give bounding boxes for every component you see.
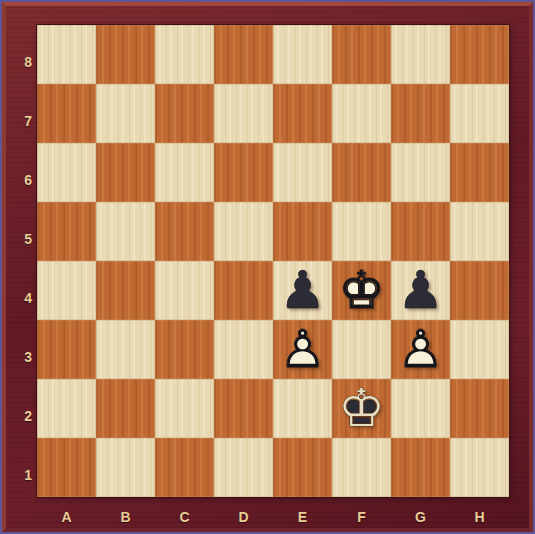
square-f8[interactable] bbox=[332, 25, 391, 84]
square-b2[interactable] bbox=[96, 379, 155, 438]
black-pawn-glyph: ♟ bbox=[391, 261, 450, 320]
rank-label-2: 2 bbox=[2, 379, 37, 438]
square-h2[interactable] bbox=[450, 379, 509, 438]
piece-white-pawn-g3[interactable]: ♟♙ bbox=[391, 320, 450, 379]
rank-label-5: 5 bbox=[2, 202, 37, 261]
square-c8[interactable] bbox=[155, 25, 214, 84]
square-e7[interactable] bbox=[273, 84, 332, 143]
file-label-a: A bbox=[37, 497, 96, 532]
square-f7[interactable] bbox=[332, 84, 391, 143]
square-a5[interactable] bbox=[37, 202, 96, 261]
rank-label-7: 7 bbox=[2, 84, 37, 143]
rank-label-1: 1 bbox=[2, 438, 37, 497]
piece-white-king-f4[interactable]: ♚♔ bbox=[332, 261, 391, 320]
rank-label-3: 3 bbox=[2, 320, 37, 379]
white-king-outline-glyph: ♔ bbox=[332, 261, 391, 320]
chess-board: ♟♚♔♟♟♙♟♙♚♔ bbox=[37, 25, 509, 497]
square-e5[interactable] bbox=[273, 202, 332, 261]
square-h1[interactable] bbox=[450, 438, 509, 497]
square-e1[interactable] bbox=[273, 438, 332, 497]
square-d4[interactable] bbox=[214, 261, 273, 320]
square-g2[interactable] bbox=[391, 379, 450, 438]
square-f6[interactable] bbox=[332, 143, 391, 202]
square-c4[interactable] bbox=[155, 261, 214, 320]
square-a8[interactable] bbox=[37, 25, 96, 84]
file-label-b: B bbox=[96, 497, 155, 532]
square-f5[interactable] bbox=[332, 202, 391, 261]
square-g4[interactable]: ♟ bbox=[391, 261, 450, 320]
piece-black-pawn-e4[interactable]: ♟ bbox=[273, 261, 332, 320]
square-a3[interactable] bbox=[37, 320, 96, 379]
square-e4[interactable]: ♟ bbox=[273, 261, 332, 320]
square-h7[interactable] bbox=[450, 84, 509, 143]
file-label-g: G bbox=[391, 497, 450, 532]
square-c6[interactable] bbox=[155, 143, 214, 202]
square-f1[interactable] bbox=[332, 438, 391, 497]
piece-white-pawn-e3[interactable]: ♟♙ bbox=[273, 320, 332, 379]
black-king-outline-glyph: ♔ bbox=[332, 379, 391, 438]
square-b7[interactable] bbox=[96, 84, 155, 143]
white-pawn-outline-glyph: ♙ bbox=[391, 320, 450, 379]
square-g6[interactable] bbox=[391, 143, 450, 202]
square-g7[interactable] bbox=[391, 84, 450, 143]
square-a2[interactable] bbox=[37, 379, 96, 438]
square-b1[interactable] bbox=[96, 438, 155, 497]
square-e3[interactable]: ♟♙ bbox=[273, 320, 332, 379]
piece-black-pawn-g4[interactable]: ♟ bbox=[391, 261, 450, 320]
square-f2[interactable]: ♚♔ bbox=[332, 379, 391, 438]
black-pawn-glyph: ♟ bbox=[273, 261, 332, 320]
white-pawn-glyph: ♟ bbox=[273, 320, 332, 379]
square-c2[interactable] bbox=[155, 379, 214, 438]
file-label-f: F bbox=[332, 497, 391, 532]
file-label-e: E bbox=[273, 497, 332, 532]
square-h8[interactable] bbox=[450, 25, 509, 84]
chess-diagram: ♟♚♔♟♟♙♟♙♚♔ 87654321 ABCDEFGH bbox=[0, 0, 535, 534]
white-king-glyph: ♚ bbox=[332, 261, 391, 320]
square-c1[interactable] bbox=[155, 438, 214, 497]
square-f4[interactable]: ♚♔ bbox=[332, 261, 391, 320]
square-h6[interactable] bbox=[450, 143, 509, 202]
square-g8[interactable] bbox=[391, 25, 450, 84]
square-d8[interactable] bbox=[214, 25, 273, 84]
file-label-d: D bbox=[214, 497, 273, 532]
rank-labels: 87654321 bbox=[2, 25, 37, 497]
black-king-glyph: ♚ bbox=[332, 379, 391, 438]
square-h5[interactable] bbox=[450, 202, 509, 261]
file-label-h: H bbox=[450, 497, 509, 532]
square-b8[interactable] bbox=[96, 25, 155, 84]
square-e8[interactable] bbox=[273, 25, 332, 84]
square-d3[interactable] bbox=[214, 320, 273, 379]
rank-label-4: 4 bbox=[2, 261, 37, 320]
square-c3[interactable] bbox=[155, 320, 214, 379]
file-labels: ABCDEFGH bbox=[37, 497, 509, 532]
square-b6[interactable] bbox=[96, 143, 155, 202]
square-e6[interactable] bbox=[273, 143, 332, 202]
square-b5[interactable] bbox=[96, 202, 155, 261]
square-h4[interactable] bbox=[450, 261, 509, 320]
square-g1[interactable] bbox=[391, 438, 450, 497]
white-pawn-glyph: ♟ bbox=[391, 320, 450, 379]
square-d5[interactable] bbox=[214, 202, 273, 261]
square-a6[interactable] bbox=[37, 143, 96, 202]
square-d6[interactable] bbox=[214, 143, 273, 202]
square-c5[interactable] bbox=[155, 202, 214, 261]
piece-black-king-f2[interactable]: ♚♔ bbox=[332, 379, 391, 438]
square-b4[interactable] bbox=[96, 261, 155, 320]
square-d1[interactable] bbox=[214, 438, 273, 497]
square-e2[interactable] bbox=[273, 379, 332, 438]
rank-label-6: 6 bbox=[2, 143, 37, 202]
square-g3[interactable]: ♟♙ bbox=[391, 320, 450, 379]
square-f3[interactable] bbox=[332, 320, 391, 379]
file-label-c: C bbox=[155, 497, 214, 532]
square-h3[interactable] bbox=[450, 320, 509, 379]
square-a1[interactable] bbox=[37, 438, 96, 497]
square-a4[interactable] bbox=[37, 261, 96, 320]
square-c7[interactable] bbox=[155, 84, 214, 143]
rank-label-8: 8 bbox=[2, 25, 37, 84]
square-a7[interactable] bbox=[37, 84, 96, 143]
square-d2[interactable] bbox=[214, 379, 273, 438]
square-g5[interactable] bbox=[391, 202, 450, 261]
square-d7[interactable] bbox=[214, 84, 273, 143]
square-b3[interactable] bbox=[96, 320, 155, 379]
white-pawn-outline-glyph: ♙ bbox=[273, 320, 332, 379]
